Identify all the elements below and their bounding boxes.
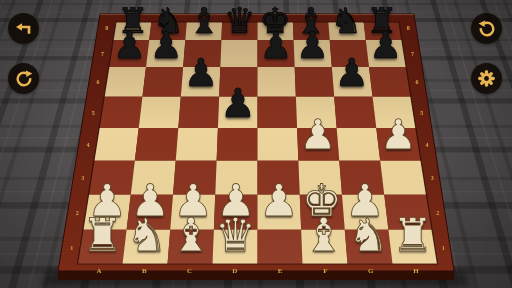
piece-black-a7[interactable]: ♟ bbox=[113, 27, 146, 64]
piece-black-d5[interactable]: ♟ bbox=[220, 83, 256, 123]
settings-button[interactable] bbox=[471, 63, 502, 94]
undo-button[interactable] bbox=[8, 13, 39, 44]
piece-black-f7[interactable]: ♟ bbox=[296, 27, 329, 64]
rank-label-right-7: 7 bbox=[411, 51, 414, 57]
piece-black-c6[interactable]: ♟ bbox=[184, 54, 219, 93]
rank-label-right-1: 1 bbox=[442, 245, 445, 251]
square-a5[interactable] bbox=[99, 97, 142, 129]
file-label-e: E bbox=[278, 267, 283, 275]
undo-arrow-icon bbox=[15, 20, 33, 38]
file-label-f: F bbox=[323, 267, 327, 275]
file-label-h: H bbox=[413, 267, 419, 275]
piece-black-b7[interactable]: ♟ bbox=[149, 27, 182, 64]
rank-label-right-4: 4 bbox=[425, 142, 428, 148]
square-g5[interactable] bbox=[334, 97, 376, 129]
rank-label-right-8: 8 bbox=[407, 25, 410, 31]
square-g4[interactable] bbox=[337, 128, 380, 161]
rank-label-right-2: 2 bbox=[436, 210, 439, 216]
square-b6[interactable] bbox=[142, 67, 183, 97]
piece-black-g6[interactable]: ♟ bbox=[335, 54, 370, 93]
square-d7[interactable] bbox=[220, 40, 257, 67]
file-label-g: G bbox=[368, 267, 374, 275]
piece-white-a1[interactable]: ♜ bbox=[82, 212, 123, 258]
square-h6[interactable] bbox=[369, 67, 411, 97]
square-a4[interactable] bbox=[94, 128, 139, 161]
rotate-counterclockwise-icon bbox=[478, 20, 496, 38]
file-label-c: C bbox=[187, 267, 192, 275]
rank-label-left-8: 8 bbox=[105, 25, 108, 31]
square-e5[interactable] bbox=[258, 97, 298, 129]
piece-white-h4[interactable]: ♟ bbox=[380, 114, 417, 156]
rank-label-left-4: 4 bbox=[87, 142, 90, 148]
board-front-edge bbox=[58, 271, 454, 280]
piece-white-e2[interactable]: ♟ bbox=[259, 179, 299, 224]
chess-board[interactable]: ABCDEFGH1122334455667788 bbox=[0, 0, 512, 288]
rank-label-left-3: 3 bbox=[81, 175, 84, 181]
rank-label-left-6: 6 bbox=[97, 79, 100, 85]
square-c5[interactable] bbox=[178, 97, 219, 129]
square-e1[interactable] bbox=[258, 230, 303, 265]
piece-white-d1[interactable]: ♛ bbox=[215, 212, 256, 258]
rank-label-left-2: 2 bbox=[76, 210, 79, 216]
square-b5[interactable] bbox=[139, 97, 181, 129]
rank-label-left-7: 7 bbox=[101, 51, 104, 57]
rotate-board-button[interactable] bbox=[471, 13, 502, 44]
square-c4[interactable] bbox=[176, 128, 218, 161]
rank-label-right-5: 5 bbox=[420, 110, 423, 116]
piece-black-h7[interactable]: ♟ bbox=[369, 27, 402, 64]
rotate-clockwise-icon bbox=[15, 70, 33, 88]
square-e6[interactable] bbox=[258, 67, 296, 97]
piece-white-c1[interactable]: ♝ bbox=[170, 212, 211, 258]
rank-label-right-3: 3 bbox=[431, 175, 434, 181]
piece-black-e7[interactable]: ♟ bbox=[259, 27, 292, 64]
file-label-d: D bbox=[232, 267, 237, 275]
game-screen: ABCDEFGH1122334455667788 ♜♞♝♛♚♝♞♜♟♟♟♟♟♟♟… bbox=[0, 0, 512, 288]
gear-icon bbox=[477, 69, 496, 88]
piece-white-f1[interactable]: ♝ bbox=[303, 212, 344, 258]
square-b4[interactable] bbox=[135, 128, 178, 161]
file-label-a: A bbox=[97, 267, 102, 275]
rank-label-left-5: 5 bbox=[92, 110, 95, 116]
piece-black-d8[interactable]: ♛ bbox=[224, 3, 256, 39]
square-d4[interactable] bbox=[217, 128, 258, 161]
rank-label-left-1: 1 bbox=[70, 245, 73, 251]
square-e4[interactable] bbox=[258, 128, 299, 161]
square-f6[interactable] bbox=[295, 67, 335, 97]
square-a6[interactable] bbox=[104, 67, 146, 97]
piece-white-b1[interactable]: ♞ bbox=[126, 212, 167, 258]
square-h3[interactable] bbox=[380, 161, 426, 195]
piece-white-f4[interactable]: ♟ bbox=[299, 114, 336, 156]
rank-label-right-6: 6 bbox=[415, 79, 418, 85]
piece-black-g8[interactable]: ♞ bbox=[331, 3, 363, 39]
piece-white-h1[interactable]: ♜ bbox=[392, 212, 433, 258]
redo-button[interactable] bbox=[8, 63, 39, 94]
piece-black-c8[interactable]: ♝ bbox=[188, 3, 220, 39]
file-label-b: B bbox=[142, 267, 147, 275]
piece-white-g1[interactable]: ♞ bbox=[348, 212, 389, 258]
